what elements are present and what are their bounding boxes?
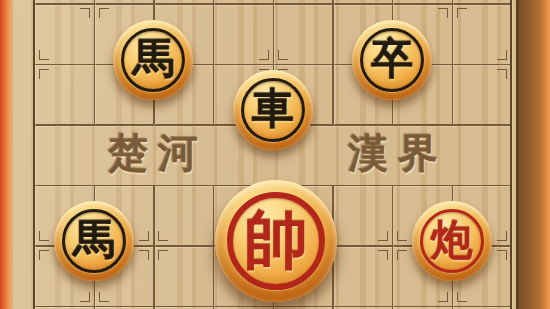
point-marker-5-4	[259, 50, 269, 60]
file-line-6-north	[332, 0, 334, 124]
point-marker-1-7	[39, 250, 49, 260]
piece-black-chariot[interactable]: 車	[233, 70, 313, 150]
piece-glyph-red-cannon: 炮	[431, 219, 473, 261]
piece-glyph-black-horse: 馬	[132, 38, 174, 80]
point-marker-7-7	[397, 231, 407, 241]
piece-red-cannon[interactable]: 炮	[412, 201, 492, 281]
point-marker-9-4	[497, 50, 507, 60]
river-label-han-jie: 漢界	[348, 133, 448, 173]
point-marker-8-8	[438, 292, 448, 302]
point-marker-3-7	[158, 250, 168, 260]
point-marker-1-4	[39, 50, 49, 60]
piece-glyph-black-horse: 馬	[73, 219, 115, 261]
file-line-9	[510, 0, 512, 309]
point-marker-7-7	[378, 231, 388, 241]
piece-glyph-black-soldier: 卒	[371, 38, 413, 80]
board-frame-left-edge	[0, 0, 14, 309]
point-marker-9-7	[497, 231, 507, 241]
piece-red-general[interactable]: 帥	[215, 180, 337, 302]
point-marker-3-7	[139, 231, 149, 241]
piece-glyph-black-chariot: 車	[252, 88, 294, 130]
point-marker-7-7	[397, 250, 407, 260]
point-marker-8-3	[438, 8, 448, 18]
point-marker-3-7	[139, 250, 149, 260]
piece-black-soldier[interactable]: 卒	[352, 20, 432, 100]
point-marker-5-4	[278, 50, 288, 60]
point-marker-1-7	[39, 231, 49, 241]
point-marker-7-7	[378, 250, 388, 260]
file-line-3-south	[153, 185, 155, 309]
file-line-4-south	[213, 185, 215, 309]
point-marker-9-4	[497, 69, 507, 79]
file-line-2-north	[94, 0, 96, 124]
board-frame-right-edge	[519, 0, 550, 309]
file-line-7-south	[392, 185, 394, 309]
file-line-1	[33, 0, 35, 309]
point-marker-2-8	[80, 292, 90, 302]
point-marker-3-7	[158, 231, 168, 241]
point-marker-1-4	[39, 69, 49, 79]
piece-glyph-red-general: 帥	[244, 208, 308, 272]
piece-black-horse[interactable]: 馬	[54, 201, 134, 281]
xiangqi-board[interactable]: 楚河 漢界 馬卒車馬帥炮	[0, 0, 550, 309]
file-line-4-north	[213, 0, 215, 124]
point-marker-9-7	[497, 250, 507, 260]
point-marker-2-3	[99, 8, 109, 18]
piece-black-horse[interactable]: 馬	[113, 20, 193, 100]
point-marker-8-8	[457, 292, 467, 302]
point-marker-2-8	[99, 292, 109, 302]
point-marker-8-3	[457, 8, 467, 18]
river-label-chu-he: 楚河	[108, 133, 208, 173]
point-marker-2-3	[80, 8, 90, 18]
file-line-8-north	[452, 0, 454, 124]
